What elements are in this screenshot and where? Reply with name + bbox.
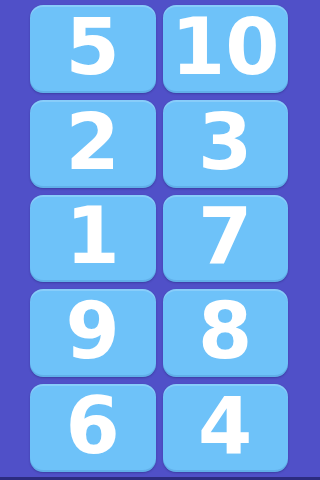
number-tile[interactable]: 1 [30, 195, 156, 283]
number-tile[interactable]: 5 [30, 5, 156, 93]
number-tile[interactable]: 10 [163, 5, 289, 93]
number-tile[interactable]: 3 [163, 100, 289, 188]
number-tile[interactable]: 8 [163, 289, 289, 377]
number-tile[interactable]: 9 [30, 289, 156, 377]
number-tile[interactable]: 7 [163, 195, 289, 283]
number-tile[interactable]: 4 [163, 384, 289, 472]
number-tile[interactable]: 2 [30, 100, 156, 188]
number-tile[interactable]: 6 [30, 384, 156, 472]
game-screen: 5 10 2 3 1 7 9 8 6 4 [0, 0, 320, 480]
number-board: 5 10 2 3 1 7 9 8 6 4 [30, 5, 288, 472]
